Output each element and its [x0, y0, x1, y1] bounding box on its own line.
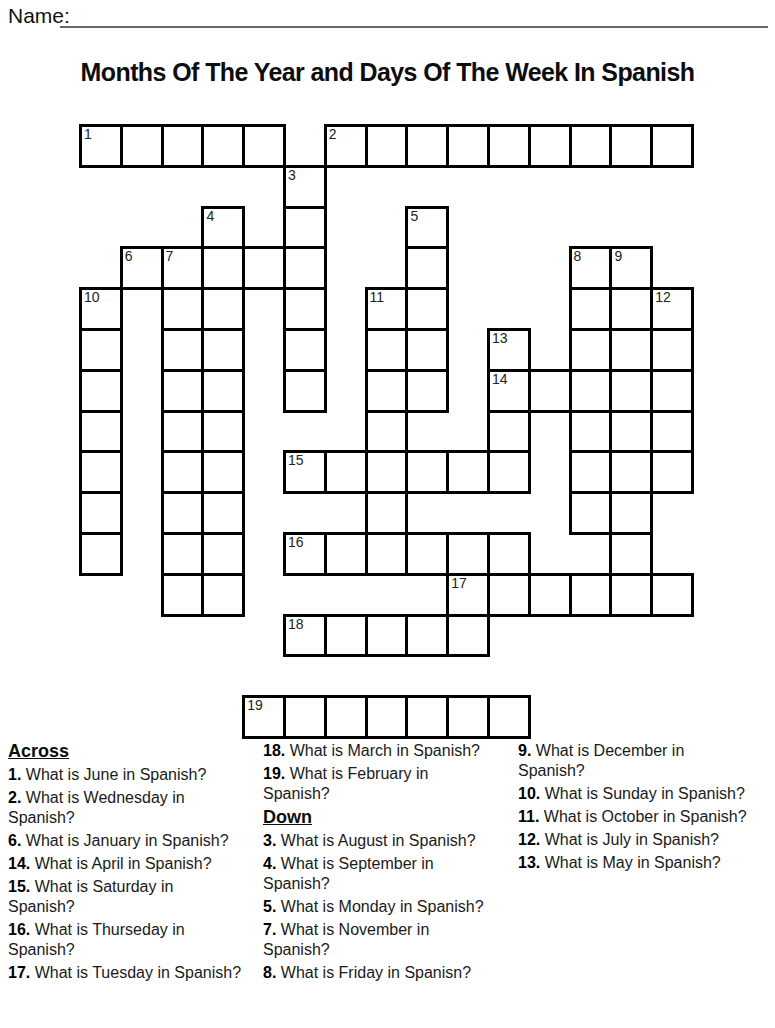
- cell-r8c0[interactable]: [79, 450, 123, 494]
- cell-r9c3[interactable]: [201, 491, 245, 535]
- clue-text: What is November in Spanish?: [263, 921, 429, 958]
- clue-number: 13.: [518, 854, 545, 871]
- cell-r14c6[interactable]: [324, 695, 368, 739]
- cell-r8c2[interactable]: [161, 450, 205, 494]
- clue-number: 17: [451, 575, 467, 591]
- clue-text: What is December in Spanish?: [518, 742, 684, 779]
- cell-r14c5[interactable]: [283, 695, 327, 739]
- cell-r9c7[interactable]: [365, 491, 409, 535]
- cell-r3c13[interactable]: 9: [609, 246, 653, 290]
- clue-number: 13: [492, 330, 508, 346]
- cell-r8c9[interactable]: [446, 450, 490, 494]
- across-clues-header: Across: [8, 741, 263, 762]
- cell-r0c2[interactable]: [161, 124, 205, 168]
- clue-number: 15.: [8, 878, 35, 895]
- clue-number: 18.: [263, 742, 290, 759]
- cell-r6c2[interactable]: [161, 369, 205, 413]
- clue-down-9: 9. What is December in Spanish?: [518, 741, 773, 781]
- clue-number: 7.: [263, 921, 281, 938]
- cell-r3c12[interactable]: 8: [569, 246, 613, 290]
- cell-r14c8[interactable]: [405, 695, 449, 739]
- cell-r0c10[interactable]: [487, 124, 531, 168]
- cell-r0c3[interactable]: [201, 124, 245, 168]
- cell-r4c3[interactable]: [201, 287, 245, 331]
- clue-across-16: 16. What is Thurseday in Spanish?: [8, 920, 263, 960]
- cell-r14c7[interactable]: [365, 695, 409, 739]
- cell-r7c13[interactable]: [609, 410, 653, 454]
- cell-r5c2[interactable]: [161, 328, 205, 372]
- clue-number: 14.: [8, 855, 35, 872]
- clue-number: 17.: [8, 964, 35, 981]
- clue-text: What is Sunday in Spanish?: [545, 785, 745, 802]
- clue-number: 9.: [518, 742, 536, 759]
- cell-r6c7[interactable]: [365, 369, 409, 413]
- name-input-line[interactable]: [60, 6, 768, 28]
- clue-down-7: 7. What is November in Spanish?: [263, 920, 518, 960]
- clue-number: 6.: [8, 832, 26, 849]
- clue-number: 19: [247, 697, 263, 713]
- cell-r4c13[interactable]: [609, 287, 653, 331]
- cell-r0c9[interactable]: [446, 124, 490, 168]
- cell-r11c10[interactable]: [487, 573, 531, 617]
- clue-number: 11: [370, 289, 385, 305]
- clue-across-17: 17. What is Tuesday in Spanish?: [8, 963, 263, 983]
- clue-number: 18: [288, 616, 304, 632]
- clue-number: 14: [492, 371, 508, 387]
- cell-r12c6[interactable]: [324, 614, 368, 658]
- clue-number: 2: [329, 126, 337, 142]
- clue-column-1: Across1. What is June in Spanish?2. What…: [8, 741, 263, 986]
- cell-r12c7[interactable]: [365, 614, 409, 658]
- clue-across-2: 2. What is Wednesday in Spanish?: [8, 788, 263, 828]
- clue-text: What is August in Spanish?: [281, 832, 476, 849]
- cell-r8c13[interactable]: [609, 450, 653, 494]
- cell-r12c8[interactable]: [405, 614, 449, 658]
- clue-down-5: 5. What is Monday in Spanish?: [263, 897, 518, 917]
- cell-r8c12[interactable]: [569, 450, 613, 494]
- cell-r11c2[interactable]: [161, 573, 205, 617]
- cell-r10c0[interactable]: [79, 532, 123, 576]
- cell-r7c12[interactable]: [569, 410, 613, 454]
- clue-section: Across1. What is June in Spanish?2. What…: [8, 741, 773, 986]
- cell-r7c7[interactable]: [365, 410, 409, 454]
- cell-r4c8[interactable]: [405, 287, 449, 331]
- clue-number: 5: [410, 208, 418, 224]
- cell-r10c7[interactable]: [365, 532, 409, 576]
- cell-r8c3[interactable]: [201, 450, 245, 494]
- cell-r6c12[interactable]: [569, 369, 613, 413]
- clue-number: 3.: [263, 832, 281, 849]
- cell-r5c3[interactable]: [201, 328, 245, 372]
- page-title: Months Of The Year and Days Of The Week …: [16, 57, 760, 88]
- clue-number: 11.: [518, 808, 544, 825]
- cell-r5c0[interactable]: [79, 328, 123, 372]
- cell-r3c2[interactable]: 7: [161, 246, 205, 290]
- cell-r0c4[interactable]: [242, 124, 286, 168]
- cell-r11c11[interactable]: [528, 573, 572, 617]
- clue-number: 8: [574, 248, 582, 264]
- cell-r2c3[interactable]: 4: [201, 206, 245, 250]
- cell-r10c9[interactable]: [446, 532, 490, 576]
- cell-r6c0[interactable]: [79, 369, 123, 413]
- cell-r10c6[interactable]: [324, 532, 368, 576]
- cell-r9c13[interactable]: [609, 491, 653, 535]
- cell-r8c6[interactable]: [324, 450, 368, 494]
- cell-r5c12[interactable]: [569, 328, 613, 372]
- clue-text: What is Tuesday in Spanish?: [35, 964, 241, 981]
- cell-r0c7[interactable]: [365, 124, 409, 168]
- cell-r4c2[interactable]: [161, 287, 205, 331]
- cell-r9c12[interactable]: [569, 491, 613, 535]
- clue-column-3: 9. What is December in Spanish?10. What …: [518, 741, 773, 986]
- clue-text: What is January in Spanish?: [26, 832, 229, 849]
- cell-r14c10[interactable]: [487, 695, 531, 739]
- cell-r10c10[interactable]: [487, 532, 531, 576]
- clue-down-4: 4. What is September in Spanish?: [263, 854, 518, 894]
- cell-r7c14[interactable]: [650, 410, 694, 454]
- clue-text: What is Monday in Spanish?: [281, 898, 484, 915]
- cell-r0c8[interactable]: [405, 124, 449, 168]
- clue-column-2: 18. What is March in Spanish?19. What is…: [263, 741, 518, 986]
- clue-down-10: 10. What is Sunday in Spanish?: [518, 784, 773, 804]
- cell-r14c4[interactable]: 19: [242, 695, 286, 739]
- clue-across-14: 14. What is April in Spanish?: [8, 854, 263, 874]
- clue-across-15: 15. What is Saturday in Spanish?: [8, 877, 263, 917]
- cell-r10c3[interactable]: [201, 532, 245, 576]
- clue-text: What is July in Spanish?: [545, 831, 719, 848]
- clue-across-6: 6. What is January in Spanish?: [8, 831, 263, 851]
- crossword-grid: 12345678910111213141516171819: [79, 124, 695, 740]
- cell-r10c5[interactable]: 16: [283, 532, 327, 576]
- clue-text: What is May in Spanish?: [545, 854, 721, 871]
- clue-number: 12: [655, 289, 671, 305]
- clue-number: 1: [84, 126, 92, 142]
- cell-r5c8[interactable]: [405, 328, 449, 372]
- cell-r6c8[interactable]: [405, 369, 449, 413]
- clue-number: 10.: [518, 785, 545, 802]
- cell-r10c8[interactable]: [405, 532, 449, 576]
- cell-r5c5[interactable]: [283, 328, 327, 372]
- clue-down-11: 11. What is October in Spanish?: [518, 807, 773, 827]
- clue-text: What is Wednesday in Spanish?: [8, 789, 185, 826]
- clue-text: What is April in Spanish?: [35, 855, 212, 872]
- cell-r3c5[interactable]: [283, 246, 327, 290]
- clue-number: 3: [288, 167, 296, 183]
- clue-number: 12.: [518, 831, 545, 848]
- clue-number: 9: [614, 248, 622, 264]
- cell-r5c13[interactable]: [609, 328, 653, 372]
- cell-r0c11[interactable]: [528, 124, 572, 168]
- clue-across-18: 18. What is March in Spanish?: [263, 741, 518, 761]
- clue-down-13: 13. What is May in Spanish?: [518, 853, 773, 873]
- cell-r4c14[interactable]: 12: [650, 287, 694, 331]
- clue-number: 19.: [263, 765, 290, 782]
- cell-r2c8[interactable]: 5: [405, 206, 449, 250]
- cell-r7c3[interactable]: [201, 410, 245, 454]
- cell-r3c4[interactable]: [242, 246, 286, 290]
- cell-r2c5[interactable]: [283, 206, 327, 250]
- cell-r8c14[interactable]: [650, 450, 694, 494]
- clue-text: What is Friday in Spanisn?: [281, 964, 471, 981]
- clue-number: 16: [288, 534, 304, 550]
- cell-r6c5[interactable]: [283, 369, 327, 413]
- cell-r11c3[interactable]: [201, 573, 245, 617]
- clue-number: 10: [84, 289, 100, 305]
- cell-r8c8[interactable]: [405, 450, 449, 494]
- cell-r9c2[interactable]: [161, 491, 205, 535]
- cell-r11c14[interactable]: [650, 573, 694, 617]
- cell-r0c0[interactable]: 1: [79, 124, 123, 168]
- cell-r6c10[interactable]: 14: [487, 369, 531, 413]
- down-clues-header: Down: [263, 807, 518, 828]
- cell-r0c6[interactable]: 2: [324, 124, 368, 168]
- clue-text: What is June in Spanish?: [26, 766, 207, 783]
- clue-number: 15: [288, 452, 304, 468]
- cell-r5c7[interactable]: [365, 328, 409, 372]
- cell-r12c9[interactable]: [446, 614, 490, 658]
- clue-number: 4: [206, 208, 214, 224]
- cell-r0c12[interactable]: [569, 124, 613, 168]
- cell-r9c0[interactable]: [79, 491, 123, 535]
- cell-r6c3[interactable]: [201, 369, 245, 413]
- cell-r7c10[interactable]: [487, 410, 531, 454]
- cell-r6c13[interactable]: [609, 369, 653, 413]
- cell-r4c5[interactable]: [283, 287, 327, 331]
- clue-number: 8.: [263, 964, 281, 981]
- clue-text: What is October in Spanish?: [544, 808, 747, 825]
- clue-text: What is Thurseday in Spanish?: [8, 921, 185, 958]
- cell-r3c1[interactable]: 6: [120, 246, 164, 290]
- cell-r3c3[interactable]: [201, 246, 245, 290]
- cell-r10c13[interactable]: [609, 532, 653, 576]
- cell-r4c0[interactable]: 10: [79, 287, 123, 331]
- clue-down-3: 3. What is August in Spanish?: [263, 831, 518, 851]
- clue-number: 2.: [8, 789, 26, 806]
- cell-r3c8[interactable]: [405, 246, 449, 290]
- clue-across-1: 1. What is June in Spanish?: [8, 765, 263, 785]
- cell-r14c9[interactable]: [446, 695, 490, 739]
- cell-r12c5[interactable]: 18: [283, 614, 327, 658]
- cell-r0c13[interactable]: [609, 124, 653, 168]
- clue-down-8: 8. What is Friday in Spanisn?: [263, 963, 518, 983]
- cell-r10c2[interactable]: [161, 532, 205, 576]
- clue-number: 7: [166, 248, 174, 264]
- cell-r8c10[interactable]: [487, 450, 531, 494]
- cell-r1c5[interactable]: 3: [283, 165, 327, 209]
- cell-r4c7[interactable]: 11: [365, 287, 409, 331]
- cell-r5c14[interactable]: [650, 328, 694, 372]
- clue-across-19: 19. What is February in Spanish?: [263, 764, 518, 804]
- cell-r11c12[interactable]: [569, 573, 613, 617]
- clue-number: 5.: [263, 898, 281, 915]
- cell-r11c9[interactable]: 17: [446, 573, 490, 617]
- cell-r7c2[interactable]: [161, 410, 205, 454]
- cell-r7c0[interactable]: [79, 410, 123, 454]
- cell-r6c14[interactable]: [650, 369, 694, 413]
- cell-r8c7[interactable]: [365, 450, 409, 494]
- clue-number: 16.: [8, 921, 35, 938]
- clue-text: What is March in Spanish?: [290, 742, 480, 759]
- clue-text: What is September in Spanish?: [263, 855, 434, 892]
- worksheet-page: Name: Months Of The Year and Days Of The…: [0, 0, 775, 1028]
- cell-r5c10[interactable]: 13: [487, 328, 531, 372]
- clue-number: 6: [125, 248, 133, 264]
- cell-r11c13[interactable]: [609, 573, 653, 617]
- cell-r0c14[interactable]: [650, 124, 694, 168]
- clue-number: 1.: [8, 766, 26, 783]
- cell-r6c11[interactable]: [528, 369, 572, 413]
- cell-r8c5[interactable]: 15: [283, 450, 327, 494]
- clue-down-12: 12. What is July in Spanish?: [518, 830, 773, 850]
- clue-number: 4.: [263, 855, 281, 872]
- cell-r4c12[interactable]: [569, 287, 613, 331]
- cell-r0c1[interactable]: [120, 124, 164, 168]
